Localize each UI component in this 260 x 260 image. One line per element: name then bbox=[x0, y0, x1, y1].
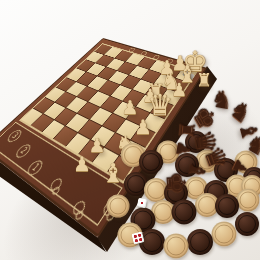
product-photo-scene: 321 ♟♟♚♝♞♜♜♟♟♛♟♟♞♟♟♝ ♞♞♚♝♜♛♟♛♞♝♚♟ bbox=[0, 0, 260, 260]
die-face-1 bbox=[137, 198, 148, 209]
dice-layer bbox=[0, 0, 260, 260]
die-face-4 bbox=[131, 231, 144, 244]
